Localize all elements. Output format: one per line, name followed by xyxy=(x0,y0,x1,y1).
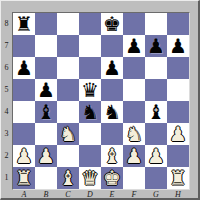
piece-white-pawn-g2[interactable]: ♟ xyxy=(145,145,167,167)
piece-black-queen-d5[interactable]: ♛ xyxy=(79,79,101,101)
piece-black-pawn-f7[interactable]: ♟ xyxy=(123,35,145,57)
piece-white-pawn-f2[interactable]: ♟ xyxy=(123,145,145,167)
square-b8[interactable] xyxy=(35,13,57,35)
square-f5[interactable] xyxy=(123,79,145,101)
square-d3[interactable] xyxy=(79,123,101,145)
square-e3[interactable] xyxy=(101,123,123,145)
square-b4[interactable]: ♝ xyxy=(35,101,57,123)
square-g5[interactable] xyxy=(145,79,167,101)
piece-black-king-e8[interactable]: ♚ xyxy=(101,13,123,35)
square-h7[interactable]: ♟ xyxy=(167,35,189,57)
square-d7[interactable] xyxy=(79,35,101,57)
square-c8[interactable] xyxy=(57,13,79,35)
file-label-e: E xyxy=(101,190,123,200)
square-f3[interactable]: ♞ xyxy=(123,123,145,145)
file-label-c: C xyxy=(57,190,79,200)
file-label-a: A xyxy=(13,190,35,200)
square-b7[interactable] xyxy=(35,35,57,57)
square-a2[interactable]: ♟ xyxy=(13,145,35,167)
file-label-d: D xyxy=(79,190,101,200)
square-g4[interactable]: ♝ xyxy=(145,101,167,123)
square-a6[interactable]: ♟ xyxy=(13,57,35,79)
square-d4[interactable]: ♞ xyxy=(79,101,101,123)
square-a3[interactable] xyxy=(13,123,35,145)
piece-white-king-e1[interactable]: ♚ xyxy=(101,167,123,189)
square-h5[interactable] xyxy=(167,79,189,101)
square-a5[interactable] xyxy=(13,79,35,101)
piece-black-pawn-a6[interactable]: ♟ xyxy=(13,57,35,79)
rank-label-4: 4 xyxy=(1,101,12,123)
piece-white-knight-c3[interactable]: ♞ xyxy=(57,123,79,145)
rank-label-2: 2 xyxy=(1,145,12,167)
piece-white-bishop-c1[interactable]: ♝ xyxy=(57,167,79,189)
piece-black-bishop-b4[interactable]: ♝ xyxy=(35,101,57,123)
square-d5[interactable]: ♛ xyxy=(79,79,101,101)
square-c6[interactable] xyxy=(57,57,79,79)
square-c3[interactable]: ♞ xyxy=(57,123,79,145)
square-c1[interactable]: ♝ xyxy=(57,167,79,189)
square-h4[interactable] xyxy=(167,101,189,123)
square-f7[interactable]: ♟ xyxy=(123,35,145,57)
square-e1[interactable]: ♚ xyxy=(101,167,123,189)
square-a7[interactable] xyxy=(13,35,35,57)
square-f4[interactable] xyxy=(123,101,145,123)
square-b5[interactable]: ♟ xyxy=(35,79,57,101)
rank-label-1: 1 xyxy=(1,167,12,189)
square-c2[interactable] xyxy=(57,145,79,167)
square-b3[interactable] xyxy=(35,123,57,145)
piece-white-rook-a1[interactable]: ♜ xyxy=(13,167,35,189)
square-b6[interactable] xyxy=(35,57,57,79)
piece-white-pawn-b2[interactable]: ♟ xyxy=(35,145,57,167)
square-h3[interactable]: ♟ xyxy=(167,123,189,145)
square-e4[interactable]: ♞ xyxy=(101,101,123,123)
piece-white-pawn-h3[interactable]: ♟ xyxy=(167,123,189,145)
rank-label-6: 6 xyxy=(1,57,12,79)
square-a4[interactable] xyxy=(13,101,35,123)
piece-white-rook-h1[interactable]: ♜ xyxy=(167,167,189,189)
square-h6[interactable] xyxy=(167,57,189,79)
square-b2[interactable]: ♟ xyxy=(35,145,57,167)
file-label-f: F xyxy=(123,190,145,200)
square-g3[interactable] xyxy=(145,123,167,145)
square-f2[interactable]: ♟ xyxy=(123,145,145,167)
square-d6[interactable] xyxy=(79,57,101,79)
square-f1[interactable] xyxy=(123,167,145,189)
square-g7[interactable]: ♟ xyxy=(145,35,167,57)
piece-black-rook-a8[interactable]: ♜ xyxy=(13,13,35,35)
square-g1[interactable] xyxy=(145,167,167,189)
piece-black-knight-e4[interactable]: ♞ xyxy=(101,101,123,123)
piece-black-bishop-g4[interactable]: ♝ xyxy=(145,101,167,123)
piece-black-pawn-b5[interactable]: ♟ xyxy=(35,79,57,101)
square-g2[interactable]: ♟ xyxy=(145,145,167,167)
piece-black-pawn-e6[interactable]: ♟ xyxy=(101,57,123,79)
square-d1[interactable]: ♛ xyxy=(79,167,101,189)
square-c4[interactable] xyxy=(57,101,79,123)
file-label-h: H xyxy=(167,190,189,200)
piece-black-pawn-g7[interactable]: ♟ xyxy=(145,35,167,57)
file-label-b: B xyxy=(35,190,57,200)
piece-white-queen-d1[interactable]: ♛ xyxy=(79,167,101,189)
chess-board: ♜♚♟♟♟♟♟♟♛♝♞♞♝♞♞♟♟♟♝♟♟♜♝♛♚♜ xyxy=(12,12,190,190)
square-d8[interactable] xyxy=(79,13,101,35)
square-h2[interactable] xyxy=(167,145,189,167)
piece-white-bishop-e2[interactable]: ♝ xyxy=(101,145,123,167)
square-g8[interactable] xyxy=(145,13,167,35)
chess-diagram: ♜♚♟♟♟♟♟♟♛♝♞♞♝♞♞♟♟♟♝♟♟♜♝♛♚♜ 87654321 ABCD… xyxy=(0,0,200,200)
square-g6[interactable] xyxy=(145,57,167,79)
piece-white-knight-f3[interactable]: ♞ xyxy=(123,123,145,145)
square-c7[interactable] xyxy=(57,35,79,57)
square-b1[interactable] xyxy=(35,167,57,189)
rank-label-5: 5 xyxy=(1,79,12,101)
square-h8[interactable] xyxy=(167,13,189,35)
piece-black-pawn-h7[interactable]: ♟ xyxy=(167,35,189,57)
square-c5[interactable] xyxy=(57,79,79,101)
square-e6[interactable]: ♟ xyxy=(101,57,123,79)
file-label-g: G xyxy=(145,190,167,200)
square-f8[interactable] xyxy=(123,13,145,35)
square-f6[interactable] xyxy=(123,57,145,79)
square-e8[interactable]: ♚ xyxy=(101,13,123,35)
square-e7[interactable] xyxy=(101,35,123,57)
square-a1[interactable]: ♜ xyxy=(13,167,35,189)
piece-black-knight-d4[interactable]: ♞ xyxy=(79,101,101,123)
square-a8[interactable]: ♜ xyxy=(13,13,35,35)
square-d2[interactable] xyxy=(79,145,101,167)
piece-white-pawn-a2[interactable]: ♟ xyxy=(13,145,35,167)
square-e5[interactable] xyxy=(101,79,123,101)
rank-label-8: 8 xyxy=(1,13,12,35)
rank-label-3: 3 xyxy=(1,123,12,145)
rank-label-7: 7 xyxy=(1,35,12,57)
square-e2[interactable]: ♝ xyxy=(101,145,123,167)
square-h1[interactable]: ♜ xyxy=(167,167,189,189)
